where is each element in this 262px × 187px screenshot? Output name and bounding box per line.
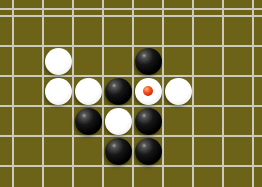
last-move-marker: [143, 86, 153, 96]
stone-white: [45, 48, 72, 75]
stone-black: [75, 108, 102, 135]
stone-white: [105, 108, 132, 135]
stone-black: [135, 108, 162, 135]
stone-black: [105, 78, 132, 105]
stone-white: [75, 78, 102, 105]
stone-white: [45, 78, 72, 105]
gomoku-board[interactable]: [0, 0, 262, 187]
stone-black: [105, 138, 132, 165]
stone-black: [135, 138, 162, 165]
stone-white: [135, 78, 162, 105]
stone-white: [165, 78, 192, 105]
stone-black: [135, 48, 162, 75]
